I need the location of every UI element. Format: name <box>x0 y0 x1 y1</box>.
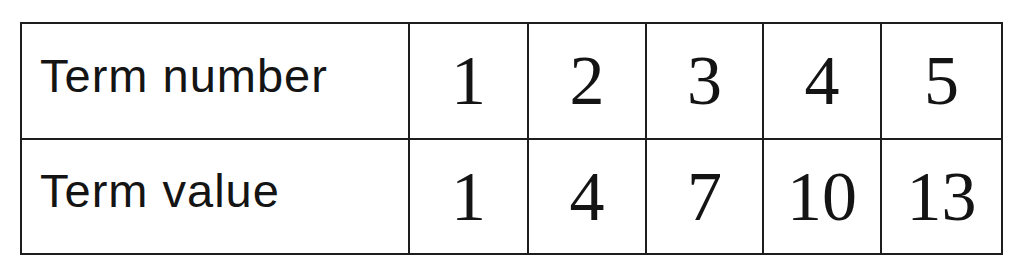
term-number-cell-2: 2 <box>527 24 645 138</box>
term-number-value-2: 2 <box>570 46 605 116</box>
sequence-table: Term number 1 2 3 4 5 Term value 1 4 7 1… <box>20 22 1003 255</box>
row-header-term-number-label: Term number <box>40 48 328 103</box>
row-header-term-value-label: Term value <box>40 163 280 218</box>
term-value-value-2: 4 <box>570 162 605 232</box>
term-value-value-4: 10 <box>787 162 857 232</box>
term-number-value-3: 3 <box>687 46 722 116</box>
term-value-value-3: 7 <box>687 162 722 232</box>
term-value-value-1: 1 <box>451 162 486 232</box>
term-number-value-4: 4 <box>805 46 840 116</box>
term-number-value-5: 5 <box>924 46 959 116</box>
term-number-cell-3: 3 <box>645 24 762 138</box>
term-value-cell-1: 1 <box>408 138 527 253</box>
term-number-cell-5: 5 <box>880 24 1001 138</box>
term-number-cell-4: 4 <box>762 24 880 138</box>
term-value-value-5: 13 <box>907 162 977 232</box>
row-header-term-value: Term value <box>22 138 408 253</box>
term-number-value-1: 1 <box>451 46 486 116</box>
term-value-cell-5: 13 <box>880 138 1001 253</box>
term-value-cell-3: 7 <box>645 138 762 253</box>
term-value-cell-4: 10 <box>762 138 880 253</box>
term-value-cell-2: 4 <box>527 138 645 253</box>
term-number-cell-1: 1 <box>408 24 527 138</box>
row-header-term-number: Term number <box>22 24 408 138</box>
